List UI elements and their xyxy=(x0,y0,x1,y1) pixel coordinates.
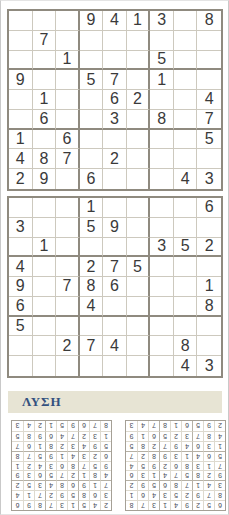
cell-r6c4[interactable] xyxy=(80,110,104,130)
cell-r1c9[interactable]: 6 xyxy=(197,198,221,218)
cell-r7c5: 9 xyxy=(170,441,181,451)
cell-r2c7: 7 xyxy=(34,490,45,500)
cell-r9c3: 6 xyxy=(78,421,89,431)
cell-r4c4: 5 xyxy=(181,470,192,480)
cell-r4c2[interactable] xyxy=(33,70,57,90)
cell-r4c2: 8 xyxy=(89,470,100,480)
cell-r1c1: 2 xyxy=(100,500,111,510)
cell-r7c1: 1 xyxy=(214,441,225,451)
cell-r5c2[interactable] xyxy=(33,277,57,297)
cell-r1c9: 6 xyxy=(12,500,23,510)
cell-r6c7: 8 xyxy=(148,451,159,461)
cell-r4c5[interactable]: 7 xyxy=(103,70,127,90)
cell-r5c3[interactable] xyxy=(56,90,80,110)
cell-r7c5: 2 xyxy=(56,441,67,451)
cell-r6c6: 9 xyxy=(159,451,170,461)
cell-r4c3[interactable] xyxy=(56,70,80,90)
cell-r3c2: 1 xyxy=(89,480,100,490)
cell-r1c3[interactable] xyxy=(56,198,80,218)
cell-r9c1[interactable]: 2 xyxy=(9,169,33,189)
puzzle-grid-2: 1635913524275978616485274843 xyxy=(7,196,223,378)
cell-r6c3: 4 xyxy=(192,451,203,461)
cell-r9c7[interactable] xyxy=(150,169,174,189)
cell-r5c2: 1 xyxy=(203,461,214,471)
cell-r3c7: 3 xyxy=(34,480,45,490)
cell-r9c5: 1 xyxy=(170,421,181,431)
cell-r4c8: 3 xyxy=(23,470,34,480)
cell-r2c1: 8 xyxy=(214,490,225,500)
cell-r5c7: 9 xyxy=(148,461,159,471)
cell-r9c6: 8 xyxy=(159,421,170,431)
cell-r4c1[interactable]: 4 xyxy=(9,257,33,277)
cell-r7c6[interactable] xyxy=(127,130,151,150)
cell-r7c9[interactable] xyxy=(197,317,221,337)
cell-r5c4: 8 xyxy=(67,461,78,471)
cell-r3c7[interactable]: 5 xyxy=(150,51,174,71)
cell-r8c5[interactable]: 2 xyxy=(103,149,127,169)
cell-r1c6[interactable]: 1 xyxy=(127,11,151,31)
cell-r6c3[interactable] xyxy=(56,110,80,130)
cell-r1c2[interactable] xyxy=(33,198,57,218)
cell-r2c3[interactable] xyxy=(56,31,80,51)
cell-r6c4[interactable]: 4 xyxy=(80,297,104,317)
cell-r6c8: 7 xyxy=(23,451,34,461)
cell-r7c7[interactable] xyxy=(150,317,174,337)
cell-r3c5: 8 xyxy=(56,480,67,490)
cell-r7c8: 8 xyxy=(137,441,148,451)
cell-r6c6[interactable] xyxy=(127,297,151,317)
cell-r9c3: 5 xyxy=(192,421,203,431)
cell-r2c5[interactable]: 9 xyxy=(103,218,127,238)
cell-r5c5: 6 xyxy=(56,461,67,471)
cell-r5c5[interactable]: 6 xyxy=(103,90,127,110)
cell-r2c9: 1 xyxy=(126,490,137,500)
cell-r6c8[interactable] xyxy=(174,110,198,130)
cell-r8c4: 7 xyxy=(67,431,78,441)
cell-r3c7[interactable]: 3 xyxy=(150,238,174,258)
cell-r9c7[interactable] xyxy=(150,356,174,376)
cell-r9c1[interactable] xyxy=(9,356,33,376)
cell-r8c9[interactable] xyxy=(197,149,221,169)
cell-r1c5[interactable]: 4 xyxy=(103,11,127,31)
cell-r8c8: 1 xyxy=(137,431,148,441)
cell-r1c2: 4 xyxy=(89,500,100,510)
cell-r6c7[interactable]: 8 xyxy=(150,110,174,130)
cell-r3c9: 2 xyxy=(126,480,137,490)
cell-r5c9: 4 xyxy=(126,461,137,471)
cell-r8c5: 2 xyxy=(170,431,181,441)
cell-r3c5[interactable] xyxy=(103,51,127,71)
cell-r4c4[interactable]: 2 xyxy=(80,257,104,277)
cell-r2c2[interactable] xyxy=(33,218,57,238)
solution-grid-right: 6529413788792534613417865929285741367138… xyxy=(125,420,226,511)
cell-r7c3[interactable]: 6 xyxy=(56,130,80,150)
cell-r1c6[interactable] xyxy=(127,198,151,218)
cell-r6c2: 6 xyxy=(203,451,214,461)
cell-r3c1[interactable] xyxy=(9,238,33,258)
cell-r6c2[interactable]: 6 xyxy=(33,110,57,130)
cell-r1c5: 4 xyxy=(170,500,181,510)
cell-r5c6[interactable] xyxy=(127,277,151,297)
cell-r7c1[interactable]: 5 xyxy=(9,317,33,337)
cell-r1c5: 3 xyxy=(56,500,67,510)
cell-r8c1[interactable] xyxy=(9,336,33,356)
cell-r7c8[interactable] xyxy=(174,317,198,337)
cell-r2c6[interactable] xyxy=(127,31,151,51)
cell-r7c9: 5 xyxy=(126,441,137,451)
cell-r7c5[interactable] xyxy=(103,130,127,150)
cell-r5c1: 7 xyxy=(214,461,225,471)
cell-r7c2: 9 xyxy=(89,441,100,451)
cell-r9c2: 7 xyxy=(89,421,100,431)
cell-r2c7[interactable] xyxy=(150,218,174,238)
cell-r1c9: 8 xyxy=(126,500,137,510)
cell-r6c9[interactable]: 7 xyxy=(197,110,221,130)
cell-r5c4: 8 xyxy=(181,461,192,471)
cell-r1c4: 1 xyxy=(67,500,78,510)
cell-r8c3[interactable]: 2 xyxy=(56,336,80,356)
cell-r3c9: 2 xyxy=(12,480,23,490)
cell-r8c6[interactable] xyxy=(127,336,151,356)
cell-r6c8: 2 xyxy=(137,451,148,461)
cell-r2c3[interactable] xyxy=(56,218,80,238)
cell-r4c1: 9 xyxy=(214,470,225,480)
cell-r3c9[interactable]: 2 xyxy=(197,238,221,258)
cell-r5c1[interactable]: 9 xyxy=(9,277,33,297)
cell-r2c8: 1 xyxy=(23,490,34,500)
cell-r4c3: 8 xyxy=(192,470,203,480)
cell-r5c7: 4 xyxy=(34,461,45,471)
cell-r1c2: 5 xyxy=(203,500,214,510)
cell-r4c9: 9 xyxy=(12,470,23,480)
cell-r4c4: 2 xyxy=(67,470,78,480)
cell-r4c2[interactable] xyxy=(33,257,57,277)
cell-r4c6: 4 xyxy=(159,470,170,480)
cell-r6c7[interactable] xyxy=(150,297,174,317)
cell-r7c7: 1 xyxy=(34,441,45,451)
cell-r6c3[interactable] xyxy=(56,297,80,317)
cell-r3c6[interactable] xyxy=(127,51,151,71)
cell-r5c9: 1 xyxy=(12,461,23,471)
cell-r4c9[interactable] xyxy=(197,70,221,90)
cell-r8c5: 4 xyxy=(56,431,67,441)
cell-r6c8[interactable] xyxy=(174,297,198,317)
cell-r2c5: 5 xyxy=(170,490,181,500)
cell-r6c2[interactable] xyxy=(33,297,57,317)
cell-r3c1[interactable] xyxy=(9,51,33,71)
cell-r7c4: 4 xyxy=(181,441,192,451)
cell-r5c5[interactable]: 6 xyxy=(103,277,127,297)
cell-r2c9[interactable] xyxy=(197,218,221,238)
cell-r1c4[interactable]: 9 xyxy=(80,11,104,31)
cell-r3c4: 6 xyxy=(67,480,78,490)
cell-r3c8[interactable]: 5 xyxy=(174,238,198,258)
cell-r1c8: 7 xyxy=(137,500,148,510)
cell-r4c7[interactable] xyxy=(150,257,174,277)
cell-r8c8: 8 xyxy=(23,431,34,441)
cell-r6c5: 1 xyxy=(56,451,67,461)
cell-r3c9[interactable] xyxy=(197,51,221,71)
cell-r8c2: 8 xyxy=(203,431,214,441)
cell-r9c8: 4 xyxy=(23,421,34,431)
cell-r3c5[interactable] xyxy=(103,238,127,258)
cell-r2c1[interactable] xyxy=(9,31,33,51)
cell-r4c9[interactable] xyxy=(197,257,221,277)
cell-r6c5[interactable]: 3 xyxy=(103,110,127,130)
cell-r4c6[interactable] xyxy=(127,70,151,90)
cell-r2c9: 4 xyxy=(12,490,23,500)
cell-r7c8: 6 xyxy=(23,441,34,451)
cell-r5c8[interactable] xyxy=(174,90,198,110)
cell-r6c4: 4 xyxy=(67,451,78,461)
cell-r8c8[interactable] xyxy=(174,149,198,169)
cell-r4c6: 5 xyxy=(45,470,56,480)
cell-r9c4[interactable]: 6 xyxy=(80,169,104,189)
cell-r5c6[interactable]: 2 xyxy=(127,90,151,110)
cell-r8c2[interactable]: 8 xyxy=(33,149,57,169)
cell-r7c2[interactable] xyxy=(33,130,57,150)
cell-r8c6[interactable] xyxy=(127,149,151,169)
cell-r9c8: 4 xyxy=(137,421,148,431)
cell-r8c7: 6 xyxy=(148,431,159,441)
cell-r8c3[interactable]: 7 xyxy=(56,149,80,169)
cell-r4c1[interactable]: 9 xyxy=(9,70,33,90)
cell-r7c9[interactable]: 5 xyxy=(197,130,221,150)
cell-r6c9: 8 xyxy=(12,451,23,461)
cell-r5c3: 3 xyxy=(192,461,203,471)
cell-r2c7[interactable] xyxy=(150,31,174,51)
cell-r3c4[interactable] xyxy=(80,51,104,71)
cell-r2c1[interactable]: 3 xyxy=(9,218,33,238)
cell-r8c1: 1 xyxy=(100,431,111,441)
cell-r4c7: 6 xyxy=(34,470,45,480)
cell-r1c3: 2 xyxy=(192,500,203,510)
cell-r3c1: 3 xyxy=(214,480,225,490)
cell-r3c6[interactable] xyxy=(127,238,151,258)
cell-r1c8[interactable] xyxy=(174,198,198,218)
cell-r5c3: 7 xyxy=(78,461,89,471)
cell-r2c3: 9 xyxy=(192,490,203,500)
cell-r9c5[interactable] xyxy=(103,356,127,376)
cell-r2c4: 2 xyxy=(181,490,192,500)
cell-r2c6: 2 xyxy=(45,490,56,500)
cell-r9c1: 8 xyxy=(100,421,111,431)
cell-r6c1[interactable]: 6 xyxy=(9,297,33,317)
cell-r9c1: 2 xyxy=(214,421,225,431)
cell-r5c8[interactable] xyxy=(174,277,198,297)
cell-r9c4[interactable] xyxy=(80,356,104,376)
cell-r3c2: 4 xyxy=(203,480,214,490)
cell-r2c2[interactable]: 7 xyxy=(33,31,57,51)
solution-panel: ΛΥΣΗ xyxy=(8,391,222,413)
cell-r7c2[interactable] xyxy=(33,317,57,337)
cell-r2c8[interactable] xyxy=(174,31,198,51)
cell-r8c8[interactable]: 8 xyxy=(174,336,198,356)
cell-r8c7[interactable] xyxy=(150,336,174,356)
puzzle-grid-1: 94138715957116246387165487229643 xyxy=(7,9,223,191)
cell-r8c5[interactable]: 4 xyxy=(103,336,127,356)
cell-r7c3: 4 xyxy=(78,441,89,451)
cell-r5c3[interactable]: 7 xyxy=(56,277,80,297)
cell-r5c4[interactable] xyxy=(80,90,104,110)
cell-r6c9[interactable]: 8 xyxy=(197,297,221,317)
cell-r3c3: 9 xyxy=(78,480,89,490)
cell-r8c7[interactable] xyxy=(150,149,174,169)
cell-r2c4[interactable]: 5 xyxy=(80,218,104,238)
cell-r2c8[interactable] xyxy=(174,218,198,238)
cell-r3c4[interactable] xyxy=(80,238,104,258)
cell-r3c3[interactable] xyxy=(56,238,80,258)
cell-r9c6[interactable] xyxy=(127,356,151,376)
cell-r9c5: 5 xyxy=(56,421,67,431)
cell-r4c5[interactable]: 7 xyxy=(103,257,127,277)
cell-r3c8[interactable] xyxy=(174,51,198,71)
cell-r1c2[interactable] xyxy=(33,11,57,31)
cell-r9c5[interactable] xyxy=(103,169,127,189)
cell-r4c5: 7 xyxy=(56,470,67,480)
cell-r1c1[interactable] xyxy=(9,11,33,31)
cell-r9c4: 6 xyxy=(181,421,192,431)
cell-r7c4: 3 xyxy=(67,441,78,451)
cell-r4c3: 1 xyxy=(78,470,89,480)
cell-r6c6[interactable] xyxy=(127,110,151,130)
cell-r7c7: 2 xyxy=(148,441,159,451)
cell-r9c2[interactable] xyxy=(33,356,57,376)
cell-r9c9[interactable]: 3 xyxy=(197,356,221,376)
cell-r9c6[interactable] xyxy=(127,169,151,189)
cell-r5c1[interactable] xyxy=(9,90,33,110)
cell-r4c7[interactable]: 1 xyxy=(150,70,174,90)
cell-r6c1: 5 xyxy=(214,451,225,461)
cell-r9c3[interactable] xyxy=(56,356,80,376)
cell-r7c4[interactable] xyxy=(80,317,104,337)
cell-r8c1[interactable]: 4 xyxy=(9,149,33,169)
cell-r2c4: 5 xyxy=(67,490,78,500)
cell-r7c8[interactable] xyxy=(174,130,198,150)
cell-r5c7[interactable] xyxy=(150,90,174,110)
cell-r4c8[interactable] xyxy=(174,70,198,90)
cell-r5c6: 2 xyxy=(159,461,170,471)
cell-r4c5: 7 xyxy=(170,470,181,480)
cell-r8c6: 6 xyxy=(45,431,56,441)
cell-r8c4[interactable] xyxy=(80,149,104,169)
cell-r2c9[interactable] xyxy=(197,31,221,51)
cell-r4c2: 2 xyxy=(203,470,214,480)
cell-r5c9[interactable]: 1 xyxy=(197,277,221,297)
cell-r2c8: 6 xyxy=(137,490,148,500)
cell-r7c5[interactable] xyxy=(103,317,127,337)
cell-r1c9[interactable]: 8 xyxy=(197,11,221,31)
cell-r5c9[interactable]: 4 xyxy=(197,90,221,110)
cell-r6c5[interactable] xyxy=(103,297,127,317)
cell-r6c3: 3 xyxy=(78,451,89,461)
cell-r3c2[interactable] xyxy=(33,51,57,71)
cell-r2c4[interactable] xyxy=(80,31,104,51)
cell-r1c7[interactable]: 3 xyxy=(150,11,174,31)
cell-r5c4[interactable]: 8 xyxy=(80,277,104,297)
cell-r3c8: 9 xyxy=(137,480,148,490)
cell-r4c7: 1 xyxy=(148,470,159,480)
cell-r9c8[interactable]: 4 xyxy=(174,169,198,189)
cell-r7c9: 7 xyxy=(12,441,23,451)
cell-r3c2[interactable]: 1 xyxy=(33,238,57,258)
cell-r4c6[interactable]: 5 xyxy=(127,257,151,277)
cell-r1c1[interactable] xyxy=(9,198,33,218)
cell-r7c7[interactable] xyxy=(150,130,174,150)
sudoku-page: 94138715957116246387165487229643 1635913… xyxy=(0,0,229,515)
cell-r9c8[interactable]: 4 xyxy=(174,356,198,376)
cell-r9c4: 9 xyxy=(67,421,78,431)
cell-r3c3: 1 xyxy=(192,480,203,490)
cell-r6c5: 3 xyxy=(170,451,181,461)
cell-r9c2[interactable]: 9 xyxy=(33,169,57,189)
cell-r9c3[interactable] xyxy=(56,169,80,189)
cell-r1c8: 9 xyxy=(23,500,34,510)
cell-r2c5[interactable] xyxy=(103,31,127,51)
cell-r8c4: 3 xyxy=(181,431,192,441)
cell-r4c8[interactable] xyxy=(174,257,198,277)
cell-r7c1[interactable]: 1 xyxy=(9,130,33,150)
cell-r1c7[interactable] xyxy=(150,198,174,218)
cell-r7c3[interactable] xyxy=(56,317,80,337)
cell-r9c9[interactable]: 3 xyxy=(197,169,221,189)
cell-r2c3: 8 xyxy=(78,490,89,500)
cell-r7c3: 6 xyxy=(192,441,203,451)
cell-r2c6[interactable] xyxy=(127,218,151,238)
cell-r5c2: 5 xyxy=(89,461,100,471)
cell-r3c6: 6 xyxy=(159,480,170,490)
cell-r6c7: 5 xyxy=(34,451,45,461)
cell-r1c6: 7 xyxy=(45,500,56,510)
solution-grid-left: 2451378963685927147196843524812756399578… xyxy=(11,420,112,511)
cell-r6c4: 1 xyxy=(181,451,192,461)
cell-r9c9: 3 xyxy=(12,421,23,431)
cell-r6c6: 9 xyxy=(45,451,56,461)
cell-r4c4[interactable]: 5 xyxy=(80,70,104,90)
cell-r9c9: 3 xyxy=(126,421,137,431)
cell-r5c6: 3 xyxy=(45,461,56,471)
cell-r1c5[interactable] xyxy=(103,198,127,218)
cell-r5c8: 5 xyxy=(137,461,148,471)
cell-r1c6: 1 xyxy=(159,500,170,510)
cell-r7c6: 8 xyxy=(45,441,56,451)
cell-r7c4[interactable] xyxy=(80,130,104,150)
cell-r1c3[interactable] xyxy=(56,11,80,31)
cell-r1c4: 9 xyxy=(181,500,192,510)
cell-r7c2: 3 xyxy=(203,441,214,451)
cell-r8c9[interactable] xyxy=(197,336,221,356)
cell-r5c5: 6 xyxy=(170,461,181,471)
cell-r8c2[interactable] xyxy=(33,336,57,356)
cell-r4c9: 6 xyxy=(126,470,137,480)
cell-r6c9: 7 xyxy=(126,451,137,461)
cell-r7c6[interactable] xyxy=(127,317,151,337)
cell-r2c6: 3 xyxy=(159,490,170,500)
cell-r5c8: 2 xyxy=(23,461,34,471)
cell-r6c1[interactable] xyxy=(9,110,33,130)
cell-r5c7[interactable] xyxy=(150,277,174,297)
cell-r1c8[interactable] xyxy=(174,11,198,31)
cell-r5c1: 9 xyxy=(100,461,111,471)
cell-r5c2[interactable]: 1 xyxy=(33,90,57,110)
cell-r2c2: 6 xyxy=(89,490,100,500)
cell-r3c1: 7 xyxy=(100,480,111,490)
cell-r8c4[interactable]: 7 xyxy=(80,336,104,356)
cell-r3c3[interactable]: 1 xyxy=(56,51,80,71)
cell-r8c1: 4 xyxy=(214,431,225,441)
cell-r1c4[interactable]: 1 xyxy=(80,198,104,218)
cell-r4c3[interactable] xyxy=(56,257,80,277)
